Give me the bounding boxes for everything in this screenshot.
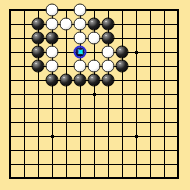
white-stone[interactable]	[74, 4, 87, 17]
black-stone[interactable]	[32, 32, 45, 45]
white-stone[interactable]	[46, 46, 59, 59]
white-stone[interactable]	[74, 60, 87, 73]
star-point	[93, 93, 96, 96]
go-board[interactable]: ✦	[0, 0, 190, 190]
black-stone[interactable]	[102, 18, 115, 31]
black-stone[interactable]	[46, 74, 59, 87]
white-stone[interactable]	[74, 32, 87, 45]
white-stone[interactable]	[74, 18, 87, 31]
black-stone[interactable]	[88, 18, 101, 31]
black-stone[interactable]	[116, 46, 129, 59]
white-stone[interactable]	[46, 4, 59, 17]
white-stone[interactable]	[102, 60, 115, 73]
black-stone[interactable]	[32, 60, 45, 73]
white-stone[interactable]	[46, 60, 59, 73]
black-stone[interactable]	[60, 74, 73, 87]
black-stone[interactable]	[74, 74, 87, 87]
star-point	[135, 51, 138, 54]
white-stone[interactable]	[60, 18, 73, 31]
white-stone[interactable]	[88, 32, 101, 45]
white-stone[interactable]	[102, 46, 115, 59]
white-stone[interactable]	[46, 18, 59, 31]
star-point	[51, 135, 54, 138]
star-point	[135, 135, 138, 138]
marked-black-stone[interactable]: ✦	[74, 46, 87, 59]
white-stone[interactable]	[88, 60, 101, 73]
black-stone[interactable]	[32, 46, 45, 59]
black-stone[interactable]	[88, 74, 101, 87]
black-stone[interactable]	[116, 60, 129, 73]
black-stone[interactable]	[102, 32, 115, 45]
black-stone[interactable]	[102, 74, 115, 87]
black-stone[interactable]	[46, 32, 59, 45]
black-stone[interactable]	[32, 18, 45, 31]
